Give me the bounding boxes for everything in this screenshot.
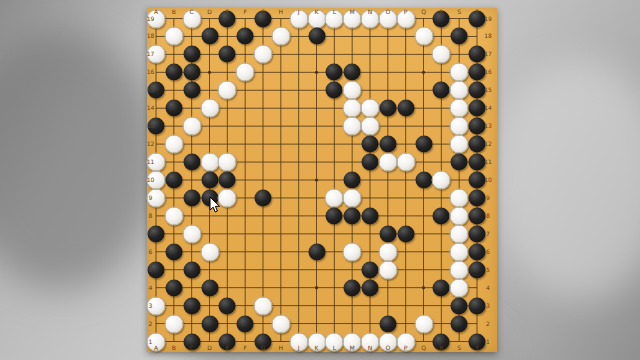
row-label-right-1: 1 [486,339,490,345]
row-label-left-2: 2 [149,321,153,327]
row-label-right-11: 11 [484,159,492,165]
row-label-left-10: 10 [147,177,155,183]
row-label-left-6: 6 [149,249,153,255]
background-blur-right [490,60,640,300]
row-label-right-17: 17 [484,51,492,57]
black-stone-F2[interactable] [237,315,254,332]
row-label-right-12: 12 [484,141,492,147]
black-stone-S3[interactable] [451,297,468,314]
black-stone-D18[interactable] [201,28,218,45]
black-stone-D2[interactable] [201,315,218,332]
white-stone-M15[interactable] [343,81,362,100]
black-stone-T12[interactable] [469,136,486,153]
black-stone-T3[interactable] [469,297,486,314]
row-label-left-1: 1 [149,339,153,345]
col-label-bottom-N: N [368,345,373,351]
black-stone-C11[interactable] [183,154,200,171]
white-stone-M6[interactable] [343,242,362,261]
white-stone-S16[interactable] [450,63,469,82]
col-label-top-N: N [368,9,373,15]
col-label-top-O: O [385,9,390,15]
row-label-left-16: 16 [147,69,155,75]
white-stone-Q18[interactable] [414,27,433,46]
white-stone-B12[interactable] [164,135,183,154]
row-label-right-18: 18 [484,33,492,39]
row-label-right-7: 7 [486,231,490,237]
black-stone-N5[interactable] [362,261,379,278]
col-label-top-T: T [475,9,479,15]
black-stone-Q10[interactable] [415,172,432,189]
black-stone-L16[interactable] [326,64,343,81]
black-stone-P7[interactable] [397,225,414,242]
black-stone-T6[interactable] [469,243,486,260]
col-label-bottom-T: T [475,345,479,351]
screenshot-root: { "game": "go", "board": { "size": 19, "… [0,0,640,360]
row-label-left-14: 14 [147,105,155,111]
black-stone-Q12[interactable] [415,136,432,153]
col-label-bottom-R: R [439,345,443,351]
col-label-bottom-M: M [350,345,355,351]
row-label-right-19: 19 [484,16,492,22]
row-label-right-2: 2 [486,321,490,327]
white-stone-S5[interactable] [450,260,469,279]
black-stone-B14[interactable] [165,100,182,117]
black-stone-R8[interactable] [433,207,450,224]
black-stone-M4[interactable] [344,279,361,296]
col-label-bottom-G: G [261,345,266,351]
row-label-right-14: 14 [484,105,492,111]
white-stone-S7[interactable] [450,224,469,243]
black-stone-S18[interactable] [451,28,468,45]
white-stone-O6[interactable] [378,242,397,261]
white-stone-L9[interactable] [325,188,344,207]
black-stone-S11[interactable] [451,154,468,171]
black-stone-C16[interactable] [183,64,200,81]
black-stone-O7[interactable] [379,225,396,242]
row-label-left-3: 3 [149,303,153,309]
col-label-bottom-E: E [225,345,229,351]
black-stone-O2[interactable] [379,315,396,332]
white-stone-S4[interactable] [450,278,469,297]
row-label-right-10: 10 [484,177,492,183]
black-stone-T13[interactable] [469,118,486,135]
black-stone-T5[interactable] [469,261,486,278]
black-stone-D4[interactable] [201,279,218,296]
white-stone-N13[interactable] [361,117,380,136]
col-label-top-H: H [279,9,284,15]
black-stone-T15[interactable] [469,82,486,99]
row-label-left-18: 18 [147,33,155,39]
background-blur-left [0,30,160,290]
black-stone-C9[interactable] [183,189,200,206]
black-stone-T8[interactable] [469,207,486,224]
white-stone-P11[interactable] [396,153,415,172]
col-label-top-M: M [350,9,355,15]
row-label-left-8: 8 [149,213,153,219]
col-label-bottom-O: O [385,345,390,351]
black-stone-N8[interactable] [362,207,379,224]
col-label-top-D: D [207,9,212,15]
col-label-top-B: B [172,9,176,15]
black-stone-B4[interactable] [165,279,182,296]
black-stone-C17[interactable] [183,46,200,63]
row-label-right-5: 5 [486,267,490,273]
col-label-bottom-D: D [207,345,212,351]
white-stone-B8[interactable] [164,206,183,225]
black-stone-K18[interactable] [308,28,325,45]
black-stone-C15[interactable] [183,82,200,99]
col-label-top-G: G [261,9,266,15]
col-label-bottom-P: P [404,345,408,351]
white-stone-E11[interactable] [218,153,237,172]
col-label-top-K: K [315,9,319,15]
black-stone-T9[interactable] [469,189,486,206]
white-stone-Q2[interactable] [414,314,433,333]
black-stone-T17[interactable] [469,46,486,63]
black-stone-M16[interactable] [344,64,361,81]
col-label-bottom-S: S [457,345,461,351]
white-stone-D6[interactable] [200,242,219,261]
black-stone-S2[interactable] [451,315,468,332]
black-stone-B16[interactable] [165,64,182,81]
white-stone-O5[interactable] [378,260,397,279]
black-stone-F18[interactable] [237,28,254,45]
col-label-top-J: J [298,9,300,15]
black-stone-M8[interactable] [344,207,361,224]
col-label-bottom-J: J [298,345,300,351]
col-label-top-Q: Q [421,9,426,15]
go-board[interactable]: AABBCCDDEEFFGGHHJJKKLLMMNNOOPPQQRRSSTT19… [147,8,497,352]
black-stone-T11[interactable] [469,154,486,171]
row-label-left-11: 11 [147,159,155,165]
row-label-right-15: 15 [484,87,492,93]
white-stone-B18[interactable] [164,27,183,46]
black-stone-M10[interactable] [344,172,361,189]
white-stone-S9[interactable] [450,188,469,207]
col-label-top-R: R [439,9,443,15]
col-label-bottom-L: L [333,345,336,351]
black-stone-K6[interactable] [308,243,325,260]
col-label-bottom-K: K [315,345,319,351]
black-stone-B6[interactable] [165,243,182,260]
white-stone-S15[interactable] [450,81,469,100]
white-stone-F16[interactable] [236,63,255,82]
col-label-bottom-H: H [279,345,284,351]
black-stone-E3[interactable] [219,297,236,314]
white-stone-H2[interactable] [271,314,290,333]
black-stone-N12[interactable] [362,136,379,153]
row-label-left-19: 19 [147,16,155,22]
black-stone-R15[interactable] [433,82,450,99]
mouse-cursor-icon [209,196,221,214]
black-stone-L8[interactable] [326,207,343,224]
white-stone-B2[interactable] [164,314,183,333]
row-label-left-5: 5 [149,267,153,273]
white-stone-S14[interactable] [450,99,469,118]
black-stone-C5[interactable] [183,261,200,278]
row-label-left-9: 9 [149,195,153,201]
white-stone-S12[interactable] [450,135,469,154]
black-stone-G9[interactable] [255,189,272,206]
white-stone-M9[interactable] [343,188,362,207]
col-label-bottom-F: F [243,345,246,351]
black-stone-T16[interactable] [469,64,486,81]
row-label-right-13: 13 [484,123,492,129]
white-stone-D14[interactable] [200,99,219,118]
black-stone-E17[interactable] [219,46,236,63]
row-label-left-4: 4 [149,285,153,291]
black-stone-O14[interactable] [379,100,396,117]
row-label-right-3: 3 [486,303,490,309]
white-stone-M13[interactable] [343,117,362,136]
col-label-top-F: F [243,9,246,15]
black-stone-N11[interactable] [362,154,379,171]
black-stone-P14[interactable] [397,100,414,117]
black-stone-L15[interactable] [326,82,343,99]
row-label-right-8: 8 [486,213,490,219]
white-stone-S13[interactable] [450,117,469,136]
black-stone-T7[interactable] [469,225,486,242]
white-stone-C13[interactable] [182,117,201,136]
black-stone-N4[interactable] [362,279,379,296]
row-label-right-9: 9 [486,195,490,201]
white-stone-D11[interactable] [200,153,219,172]
col-label-top-C: C [190,9,194,15]
white-stone-N14[interactable] [361,99,380,118]
row-label-right-4: 4 [486,285,490,291]
white-stone-C7[interactable] [182,224,201,243]
col-label-bottom-A: A [154,345,158,351]
black-stone-D10[interactable] [201,172,218,189]
white-stone-M14[interactable] [343,99,362,118]
white-stone-S8[interactable] [450,206,469,225]
col-label-top-E: E [225,9,229,15]
col-label-bottom-C: C [190,345,194,351]
col-label-top-S: S [457,9,461,15]
white-stone-O11[interactable] [378,153,397,172]
white-stone-G3[interactable] [254,296,273,315]
black-stone-T14[interactable] [469,100,486,117]
white-stone-R10[interactable] [432,171,451,190]
white-stone-G17[interactable] [254,45,273,64]
black-stone-B10[interactable] [165,172,182,189]
white-stone-E15[interactable] [218,81,237,100]
row-label-left-7: 7 [149,231,153,237]
col-label-bottom-Q: Q [421,345,426,351]
black-stone-R4[interactable] [433,279,450,296]
row-label-left-15: 15 [147,87,155,93]
row-label-left-12: 12 [147,141,155,147]
black-stone-E10[interactable] [219,172,236,189]
black-stone-T10[interactable] [469,172,486,189]
col-label-top-P: P [404,9,408,15]
white-stone-H18[interactable] [271,27,290,46]
row-label-left-13: 13 [147,123,155,129]
white-stone-R17[interactable] [432,45,451,64]
row-label-right-16: 16 [484,69,492,75]
row-label-left-17: 17 [147,51,155,57]
black-stone-O12[interactable] [379,136,396,153]
black-stone-C3[interactable] [183,297,200,314]
col-label-bottom-B: B [172,345,176,351]
white-stone-S6[interactable] [450,242,469,261]
row-label-right-6: 6 [486,249,490,255]
col-label-top-L: L [333,9,336,15]
